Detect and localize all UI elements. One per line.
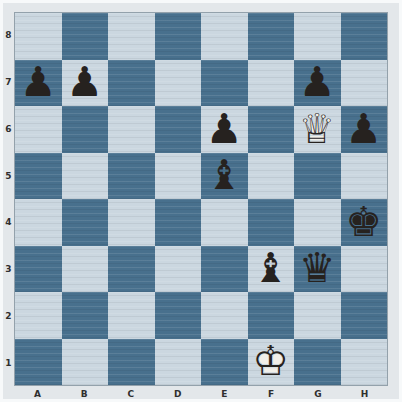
- white-king[interactable]: ♚♔: [248, 339, 295, 386]
- square-b2[interactable]: [62, 292, 109, 339]
- square-g1[interactable]: [294, 339, 341, 386]
- square-f1[interactable]: ♚♔: [248, 339, 295, 386]
- square-b1[interactable]: [62, 339, 109, 386]
- file-label-e: E: [201, 387, 248, 400]
- black-pawn[interactable]: ♟: [15, 60, 62, 107]
- square-f6[interactable]: [248, 106, 295, 153]
- square-g4[interactable]: [294, 199, 341, 246]
- rank-label-6: 6: [3, 106, 14, 153]
- square-h6[interactable]: ♟: [341, 106, 388, 153]
- square-e3[interactable]: [201, 246, 248, 293]
- file-label-d: D: [154, 387, 201, 400]
- square-a5[interactable]: [15, 153, 62, 200]
- rank-label-3: 3: [3, 246, 14, 293]
- rank-label-2: 2: [3, 293, 14, 340]
- square-a2[interactable]: [15, 292, 62, 339]
- square-b6[interactable]: [62, 106, 109, 153]
- square-h2[interactable]: [341, 292, 388, 339]
- square-a8[interactable]: [15, 13, 62, 60]
- square-d1[interactable]: [155, 339, 202, 386]
- black-bishop[interactable]: ♝: [248, 246, 295, 293]
- square-h3[interactable]: [341, 246, 388, 293]
- square-f5[interactable]: [248, 153, 295, 200]
- square-g5[interactable]: [294, 153, 341, 200]
- square-b5[interactable]: [62, 153, 109, 200]
- rank-label-8: 8: [3, 12, 14, 59]
- file-label-h: H: [341, 387, 388, 400]
- square-e7[interactable]: [201, 60, 248, 107]
- black-pawn[interactable]: ♟: [341, 106, 388, 153]
- file-label-c: C: [108, 387, 155, 400]
- square-g8[interactable]: [294, 13, 341, 60]
- square-c1[interactable]: [108, 339, 155, 386]
- black-king[interactable]: ♚: [341, 199, 388, 246]
- black-queen[interactable]: ♛: [294, 246, 341, 293]
- square-a4[interactable]: [15, 199, 62, 246]
- square-e5[interactable]: ♝: [201, 153, 248, 200]
- square-g6[interactable]: ♛♕: [294, 106, 341, 153]
- square-d4[interactable]: [155, 199, 202, 246]
- square-c5[interactable]: [108, 153, 155, 200]
- square-f8[interactable]: [248, 13, 295, 60]
- square-f7[interactable]: [248, 60, 295, 107]
- square-d8[interactable]: [155, 13, 202, 60]
- square-d5[interactable]: [155, 153, 202, 200]
- square-h8[interactable]: [341, 13, 388, 60]
- square-c6[interactable]: [108, 106, 155, 153]
- square-d7[interactable]: [155, 60, 202, 107]
- file-label-b: B: [61, 387, 108, 400]
- white-queen-outline: ♕: [299, 109, 336, 150]
- white-king-outline: ♔: [252, 341, 289, 382]
- square-h1[interactable]: [341, 339, 388, 386]
- file-label-f: F: [248, 387, 295, 400]
- square-h7[interactable]: [341, 60, 388, 107]
- square-d2[interactable]: [155, 292, 202, 339]
- square-c8[interactable]: [108, 13, 155, 60]
- rank-label-7: 7: [3, 59, 14, 106]
- file-label-a: A: [14, 387, 61, 400]
- rank-label-4: 4: [3, 199, 14, 246]
- square-g3[interactable]: ♛: [294, 246, 341, 293]
- square-e8[interactable]: [201, 13, 248, 60]
- square-e6[interactable]: ♟: [201, 106, 248, 153]
- board-frame: ♟♟♟♟♛♕♟♝♚♝♛♚♔ 87654321 ABCDEFGH: [0, 0, 402, 402]
- square-c3[interactable]: [108, 246, 155, 293]
- square-b4[interactable]: [62, 199, 109, 246]
- square-e1[interactable]: [201, 339, 248, 386]
- square-a1[interactable]: [15, 339, 62, 386]
- square-a7[interactable]: ♟: [15, 60, 62, 107]
- square-b3[interactable]: [62, 246, 109, 293]
- square-a3[interactable]: [15, 246, 62, 293]
- square-b7[interactable]: ♟: [62, 60, 109, 107]
- square-b8[interactable]: [62, 13, 109, 60]
- square-c7[interactable]: [108, 60, 155, 107]
- square-c4[interactable]: [108, 199, 155, 246]
- black-pawn[interactable]: ♟: [294, 60, 341, 107]
- square-h4[interactable]: ♚: [341, 199, 388, 246]
- square-f4[interactable]: [248, 199, 295, 246]
- square-f2[interactable]: [248, 292, 295, 339]
- rank-label-5: 5: [3, 152, 14, 199]
- white-queen[interactable]: ♛♕: [294, 106, 341, 153]
- square-f3[interactable]: ♝: [248, 246, 295, 293]
- square-e4[interactable]: [201, 199, 248, 246]
- black-bishop[interactable]: ♝: [201, 153, 248, 200]
- chess-board: ♟♟♟♟♛♕♟♝♚♝♛♚♔: [14, 12, 388, 386]
- square-h5[interactable]: [341, 153, 388, 200]
- black-pawn[interactable]: ♟: [201, 106, 248, 153]
- black-pawn[interactable]: ♟: [62, 60, 109, 107]
- square-g7[interactable]: ♟: [294, 60, 341, 107]
- square-g2[interactable]: [294, 292, 341, 339]
- square-e2[interactable]: [201, 292, 248, 339]
- square-a6[interactable]: [15, 106, 62, 153]
- rank-label-1: 1: [3, 339, 14, 386]
- file-label-g: G: [295, 387, 342, 400]
- square-c2[interactable]: [108, 292, 155, 339]
- square-d6[interactable]: [155, 106, 202, 153]
- square-d3[interactable]: [155, 246, 202, 293]
